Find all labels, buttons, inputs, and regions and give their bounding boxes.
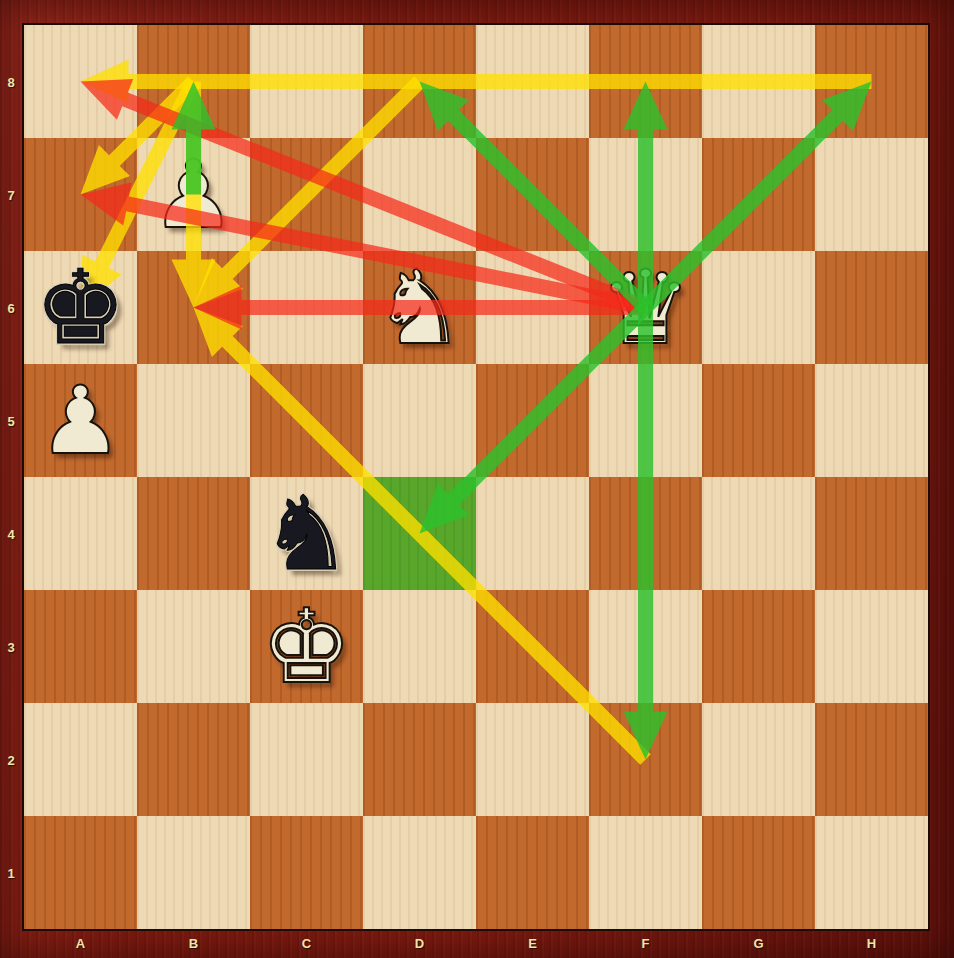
square-f4[interactable] (589, 477, 702, 590)
file-label-g: G (753, 936, 763, 951)
square-d1[interactable] (363, 816, 476, 929)
square-h5[interactable] (815, 364, 928, 477)
square-b8[interactable] (137, 25, 250, 138)
square-c5[interactable] (250, 364, 363, 477)
square-f8[interactable] (589, 25, 702, 138)
square-f1[interactable] (589, 816, 702, 929)
square-d2[interactable] (363, 703, 476, 816)
square-h2[interactable] (815, 703, 928, 816)
square-g4[interactable] (702, 477, 815, 590)
chess-board[interactable] (24, 25, 928, 929)
square-d3[interactable] (363, 590, 476, 703)
square-c4[interactable] (250, 477, 363, 590)
square-a1[interactable] (24, 816, 137, 929)
square-h3[interactable] (815, 590, 928, 703)
file-label-c: C (302, 936, 311, 951)
square-b4[interactable] (137, 477, 250, 590)
file-label-a: A (76, 936, 85, 951)
rank-label-7: 7 (7, 187, 14, 202)
rank-label-3: 3 (7, 639, 14, 654)
rank-label-2: 2 (7, 752, 14, 767)
square-e6[interactable] (476, 251, 589, 364)
square-g7[interactable] (702, 138, 815, 251)
square-c7[interactable] (250, 138, 363, 251)
rank-label-8: 8 (7, 74, 14, 89)
square-g5[interactable] (702, 364, 815, 477)
square-a8[interactable] (24, 25, 137, 138)
square-g2[interactable] (702, 703, 815, 816)
square-c6[interactable] (250, 251, 363, 364)
square-g8[interactable] (702, 25, 815, 138)
square-d5[interactable] (363, 364, 476, 477)
square-f2[interactable] (589, 703, 702, 816)
square-f5[interactable] (589, 364, 702, 477)
square-a2[interactable] (24, 703, 137, 816)
square-b6[interactable] (137, 251, 250, 364)
square-e2[interactable] (476, 703, 589, 816)
file-label-b: B (189, 936, 198, 951)
square-b2[interactable] (137, 703, 250, 816)
square-e4[interactable] (476, 477, 589, 590)
file-label-e: E (528, 936, 537, 951)
square-f7[interactable] (589, 138, 702, 251)
square-b1[interactable] (137, 816, 250, 929)
square-b3[interactable] (137, 590, 250, 703)
square-b5[interactable] (137, 364, 250, 477)
square-e7[interactable] (476, 138, 589, 251)
square-g3[interactable] (702, 590, 815, 703)
square-d7[interactable] (363, 138, 476, 251)
square-e8[interactable] (476, 25, 589, 138)
square-c8[interactable] (250, 25, 363, 138)
square-h4[interactable] (815, 477, 928, 590)
square-g6[interactable] (702, 251, 815, 364)
square-h7[interactable] (815, 138, 928, 251)
rank-label-6: 6 (7, 300, 14, 315)
square-e1[interactable] (476, 816, 589, 929)
rank-label-4: 4 (7, 526, 14, 541)
square-g1[interactable] (702, 816, 815, 929)
square-f3[interactable] (589, 590, 702, 703)
square-d6[interactable] (363, 251, 476, 364)
file-label-d: D (415, 936, 424, 951)
square-c3[interactable] (250, 590, 363, 703)
square-c1[interactable] (250, 816, 363, 929)
chess-app-window: ♟♚♞♛♟♞♚ ABCDEFGH87654321 (0, 0, 954, 958)
rank-label-5: 5 (7, 413, 14, 428)
square-b7[interactable] (137, 138, 250, 251)
square-d8[interactable] (363, 25, 476, 138)
square-e5[interactable] (476, 364, 589, 477)
square-d4[interactable] (363, 477, 476, 590)
square-a4[interactable] (24, 477, 137, 590)
square-a6[interactable] (24, 251, 137, 364)
square-h8[interactable] (815, 25, 928, 138)
square-e3[interactable] (476, 590, 589, 703)
square-h1[interactable] (815, 816, 928, 929)
file-label-f: F (642, 936, 650, 951)
square-c2[interactable] (250, 703, 363, 816)
square-h6[interactable] (815, 251, 928, 364)
rank-label-1: 1 (7, 865, 14, 880)
square-a7[interactable] (24, 138, 137, 251)
square-f6[interactable] (589, 251, 702, 364)
square-a3[interactable] (24, 590, 137, 703)
square-a5[interactable] (24, 364, 137, 477)
file-label-h: H (867, 936, 876, 951)
